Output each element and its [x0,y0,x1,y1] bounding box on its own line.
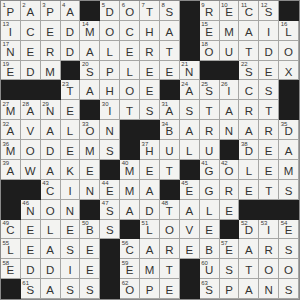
cell-r9c11[interactable]: R [220,180,240,200]
cell-r5c1[interactable]: 28A [21,100,41,120]
cell-letter: E [86,265,94,276]
cell-r4c10[interactable]: 25S [200,80,220,100]
cell-r8c10[interactable]: 41G [200,160,220,180]
cell-r7c9[interactable]: L [180,140,200,160]
cell-r14c13[interactable]: N [259,279,279,299]
clue-number: 61 [22,280,29,287]
cell-r12c4[interactable]: E [80,239,100,259]
cell-letter: A [46,285,54,296]
cell-r6c0[interactable]: 32A [1,120,21,140]
cell-r8c11[interactable]: 42O [220,160,240,180]
cell-r3c7[interactable]: E [140,61,160,81]
clue-number: 17 [3,41,10,48]
cell-r5c7[interactable]: S [140,100,160,120]
cell-letter: A [126,206,134,217]
clue-number: 37 [142,141,149,148]
cell-letter: N [225,126,233,137]
cell-r14c1[interactable]: 61S [21,279,41,299]
cell-r13c14[interactable]: O [279,259,299,279]
cell-r11c9[interactable]: V [180,220,200,240]
cell-r14c8[interactable]: E [160,279,180,299]
clue-number: 39 [3,160,10,167]
cell-r12c3[interactable]: S [61,239,81,259]
black-cell-r9c8 [160,180,180,200]
cell-letter: S [265,7,273,18]
clue-number: 19 [3,61,10,68]
cell-letter: O [125,7,134,18]
cell-r8c2[interactable]: A [41,160,61,180]
cell-letter: L [107,47,113,58]
cell-r13c7[interactable]: M [140,259,160,279]
cell-r3c12[interactable]: 22S [239,61,259,81]
black-cell-r7c11 [220,140,240,160]
cell-r0c5[interactable]: 5D [100,1,120,21]
cell-letter: R [205,7,213,18]
cell-r3c5[interactable]: P [100,61,120,81]
cell-letter: D [66,27,74,38]
cell-r2c14[interactable]: O [279,41,299,61]
cell-r3c2[interactable]: M [41,61,61,81]
cell-r8c4[interactable]: E [80,160,100,180]
cell-letter: P [225,285,233,296]
cell-r9c12[interactable]: E [239,180,259,200]
clue-number: 34 [161,121,168,128]
cell-r13c4[interactable]: E [80,259,100,279]
cell-r2c3[interactable]: D [61,41,81,61]
cell-r8c14[interactable]: M [279,160,299,180]
cell-r7c12[interactable]: 38D [239,140,259,160]
black-cell-r13c5 [100,259,120,279]
clue-number: 31 [161,101,168,108]
cell-r11c10[interactable]: E [200,220,220,240]
cell-r8c7[interactable]: E [140,160,160,180]
clue-number: 42 [221,160,228,167]
cell-r12c10[interactable]: B [200,239,220,259]
clue-number: 3 [42,2,45,9]
cell-r12c13[interactable]: R [259,239,279,259]
cell-r4c12[interactable]: C [239,80,259,100]
cell-letter: T [146,7,153,18]
cell-r6c14[interactable]: 35D [279,120,299,140]
cell-r12c12[interactable]: A [239,239,259,259]
cell-letter: O [105,27,114,38]
cell-letter: T [166,166,173,177]
cell-r12c14[interactable]: S [279,239,299,259]
cell-r6c9[interactable]: A [180,120,200,140]
cell-r3c0[interactable]: 19E [1,61,21,81]
cell-r4c4[interactable]: A [80,80,100,100]
clue-number: 26 [221,81,228,88]
cell-letter: E [106,186,114,197]
cell-r14c6[interactable]: 62O [120,279,140,299]
cell-letter: A [46,126,54,137]
cell-letter: A [225,106,233,117]
cell-r9c14[interactable]: S [279,180,299,200]
cell-r13c10[interactable]: 60U [200,259,220,279]
cell-letter: N [26,206,34,217]
clue-number: 55 [3,240,10,247]
cell-r8c3[interactable]: K [61,160,81,180]
cell-letter: S [265,86,273,97]
cell-r11c3[interactable]: E [61,220,81,240]
black-cell-r4c14 [279,80,299,100]
cell-r3c9[interactable]: 21N [180,61,200,81]
cell-r7c3[interactable]: E [61,140,81,160]
cell-letter: C [46,186,54,197]
cell-letter: U [165,146,173,157]
cell-r13c2[interactable]: D [41,259,61,279]
cell-letter: D [106,7,114,18]
cell-r0c0[interactable]: 1P [1,1,21,21]
cell-letter: D [265,47,273,58]
cell-r10c10[interactable]: L [200,200,220,220]
cell-letter: A [166,106,174,117]
cell-letter: M [125,186,135,197]
clue-number: 29 [42,101,49,108]
cell-r10c3[interactable]: N [61,200,81,220]
cell-r1c1[interactable]: C [21,21,41,41]
cell-r13c8[interactable]: T [160,259,180,279]
cell-r2c7[interactable]: R [140,41,160,61]
cell-r9c13[interactable]: T [259,180,279,200]
cell-r11c14[interactable]: 54E [279,220,299,240]
clue-number: 13 [3,21,10,28]
cell-r2c11[interactable]: U [220,41,240,61]
cell-letter: S [66,285,74,296]
cell-r10c1[interactable]: 46N [21,200,41,220]
clue-number: 1 [3,2,6,9]
cell-r4c11[interactable]: 26I [220,80,240,100]
cell-r14c2[interactable]: A [41,279,61,299]
cell-r1c11[interactable]: M [220,21,240,41]
black-cell-r6c6 [120,120,140,140]
cell-r3c1[interactable]: D [21,61,41,81]
cell-r7c13[interactable]: E [259,140,279,160]
cell-r0c6[interactable]: 6O [120,1,140,21]
cell-r0c11[interactable]: 10E [220,1,240,21]
cell-r13c13[interactable]: O [259,259,279,279]
clue-number: 50 [82,220,89,227]
cell-r2c0[interactable]: 17N [1,41,21,61]
cell-r12c9[interactable]: E [180,239,200,259]
cell-r1c6[interactable]: C [120,21,140,41]
cell-letter: A [285,146,293,157]
cell-r0c7[interactable]: 7T [140,1,160,21]
cell-r6c5[interactable]: N [100,120,120,140]
cell-r1c3[interactable]: D [61,21,81,41]
black-cell-r0c4 [80,1,100,21]
cell-r13c6[interactable]: 59E [120,259,140,279]
clue-number: 30 [102,101,109,108]
cell-letter: A [146,245,154,256]
cell-r1c8[interactable]: A [160,21,180,41]
cell-r11c13[interactable]: 53I [259,220,279,240]
cell-r5c10[interactable]: T [200,100,220,120]
cell-letter: M [145,265,155,276]
cell-r4c5[interactable]: H [100,80,120,100]
cell-letter: E [225,206,233,217]
cell-letter: N [46,106,54,117]
cell-r9c3[interactable]: I [61,180,81,200]
cell-r8c8[interactable]: T [160,160,180,180]
cell-letter: A [26,106,34,117]
cell-r6c2[interactable]: A [41,120,61,140]
cell-r0c8[interactable]: 8S [160,1,180,21]
cell-r8c1[interactable]: W [21,160,41,180]
cell-letter: T [265,106,272,117]
cell-letter: O [125,86,134,97]
cell-r6c4[interactable]: 33O [80,120,100,140]
cell-r0c13[interactable]: 12S [259,1,279,21]
cell-letter: E [7,67,15,78]
cell-r7c8[interactable]: U [160,140,180,160]
cell-r13c12[interactable]: T [239,259,259,279]
cell-r12c6[interactable]: 56C [120,239,140,259]
cell-r7c10[interactable]: U [200,140,220,160]
cell-r14c14[interactable]: S [279,279,299,299]
cell-r1c13[interactable]: I [259,21,279,41]
cell-r1c10[interactable]: 15E [200,21,220,41]
cell-r3c4[interactable]: 20S [80,61,100,81]
cell-r6c10[interactable]: R [200,120,220,140]
cell-r7c0[interactable]: 36M [1,140,21,160]
cell-r4c3[interactable]: 23T [61,80,81,100]
clue-number: 2 [22,2,25,9]
cell-r9c2[interactable]: 43C [41,180,61,200]
cell-r1c2[interactable]: E [41,21,61,41]
cell-letter: L [246,166,252,177]
cell-r6c3[interactable]: L [61,120,81,140]
cell-letter: E [86,245,94,256]
cell-letter: I [68,265,71,276]
cell-r12c0[interactable]: 55L [1,239,21,259]
cell-r0c12[interactable]: 11C [239,1,259,21]
cell-r13c0[interactable]: 58E [1,259,21,279]
cell-r14c10[interactable]: 63S [200,279,220,299]
cell-r1c12[interactable]: A [239,21,259,41]
cell-r5c11[interactable]: A [220,100,240,120]
cell-r6c12[interactable]: A [239,120,259,140]
cell-r0c10[interactable]: 9R [200,1,220,21]
black-cell-r10c13 [259,200,279,220]
cell-r11c8[interactable]: O [160,220,180,240]
cell-letter: R [245,106,253,117]
black-cell-r14c5 [100,279,120,299]
cell-r9c6[interactable]: M [120,180,140,200]
cell-letter: S [146,106,154,117]
cell-r9c5[interactable]: 44E [100,180,120,200]
cell-r2c1[interactable]: E [21,41,41,61]
cell-r13c11[interactable]: S [220,259,240,279]
cell-letter: O [165,225,174,236]
cell-r11c12[interactable]: 52D [239,220,259,240]
cell-r1c0[interactable]: 13I [1,21,21,41]
cell-r12c7[interactable]: A [140,239,160,259]
cell-r11c2[interactable]: L [41,220,61,240]
cell-r11c7[interactable]: 51L [140,220,160,240]
cell-r14c12[interactable]: A [239,279,259,299]
cell-r4c6[interactable]: O [120,80,140,100]
black-cell-r5c14 [279,100,299,120]
cell-r2c5[interactable]: L [100,41,120,61]
cell-r6c1[interactable]: V [21,120,41,140]
cell-r2c10[interactable]: 18O [200,41,220,61]
cell-letter: A [245,285,253,296]
cell-r1c7[interactable]: H [140,21,160,41]
cell-letter: L [186,146,192,157]
cell-letter: D [284,126,292,137]
cell-letter: I [9,27,12,38]
cell-r14c11[interactable]: P [220,279,240,299]
cell-r2c4[interactable]: A [80,41,100,61]
clue-number: 22 [241,61,248,68]
cell-letter: R [205,126,213,137]
cell-letter: P [7,7,15,18]
cell-r5c0[interactable]: 27M [1,100,21,120]
cell-r4c9[interactable]: 24A [180,80,200,100]
clue-number: 11 [241,2,247,9]
cell-r12c8[interactable]: R [160,239,180,259]
cell-letter: C [245,7,253,18]
cell-r8c12[interactable]: L [239,160,259,180]
cell-letter: A [66,7,74,18]
cell-letter: R [165,245,173,256]
cell-r10c9[interactable]: A [180,200,200,220]
black-cell-r12c5 [100,239,120,259]
cell-r5c8[interactable]: 31A [160,100,180,120]
cell-r10c8[interactable]: 48T [160,200,180,220]
cell-r5c6[interactable]: T [120,100,140,120]
clue-number: 58 [3,260,10,267]
cell-r7c7[interactable]: 37H [140,140,160,160]
cell-r1c5[interactable]: O [100,21,120,41]
cell-r3c14[interactable]: X [279,61,299,81]
cell-letter: R [265,126,273,137]
cell-r3c6[interactable]: L [120,61,140,81]
cell-r5c9[interactable]: S [180,100,200,120]
cell-r8c13[interactable]: E [259,160,279,180]
cell-r11c5[interactable]: S [100,220,120,240]
black-cell-r2c9 [180,41,200,61]
cell-r9c10[interactable]: G [200,180,220,200]
cell-r0c2[interactable]: 3P [41,1,61,21]
cell-r2c6[interactable]: E [120,41,140,61]
cell-letter: E [166,285,174,296]
cell-r4c7[interactable]: E [140,80,160,100]
cell-letter: X [285,67,293,78]
cell-r1c14[interactable]: 16L [279,21,299,41]
cell-r5c5[interactable]: 30I [100,100,120,120]
cell-r7c14[interactable]: A [279,140,299,160]
cell-r0c3[interactable]: 4A [61,1,81,21]
cell-r2c13[interactable]: D [259,41,279,61]
cell-r7c1[interactable]: O [21,140,41,160]
cell-r2c8[interactable]: T [160,41,180,61]
cell-r5c2[interactable]: 29N [41,100,61,120]
cell-r10c11[interactable]: E [220,200,240,220]
cell-r6c11[interactable]: N [220,120,240,140]
cell-r5c12[interactable]: R [239,100,259,120]
cell-r14c7[interactable]: P [140,279,160,299]
cell-r14c3[interactable]: S [61,279,81,299]
cell-letter: O [125,285,134,296]
cell-r2c2[interactable]: R [41,41,61,61]
clue-number: 27 [3,101,10,108]
cell-r10c2[interactable]: O [41,200,61,220]
cell-r13c3[interactable]: I [61,259,81,279]
cell-r3c8[interactable]: E [160,61,180,81]
cell-letter: E [126,265,134,276]
cell-r9c4[interactable]: N [80,180,100,200]
cell-letter: M [284,166,294,177]
cell-letter: E [265,146,273,157]
black-cell-r10c0 [1,200,21,220]
cell-letter: E [185,186,193,197]
cell-r11c4[interactable]: 50B [80,220,100,240]
cell-r13c1[interactable]: D [21,259,41,279]
cell-r10c5[interactable]: 47S [100,200,120,220]
black-cell-r8c5 [100,160,120,180]
cell-letter: D [46,265,54,276]
cell-r3c13[interactable]: E [259,61,279,81]
cell-r10c6[interactable]: A [120,200,140,220]
cell-letter: T [166,206,173,217]
cell-r12c1[interactable]: E [21,239,41,259]
cell-r10c7[interactable]: D [140,200,160,220]
cell-r5c13[interactable]: T [259,100,279,120]
cell-letter: E [245,186,253,197]
cell-r7c5[interactable]: S [100,140,120,160]
black-cell-r13c9 [180,259,200,279]
cell-letter: E [146,86,154,97]
cell-r2c12[interactable]: T [239,41,259,61]
cell-r12c2[interactable]: A [41,239,61,259]
cell-r4c13[interactable]: S [259,80,279,100]
cell-r7c4[interactable]: M [80,140,100,160]
cell-letter: U [205,146,213,157]
cell-r1c4[interactable]: 14M [80,21,100,41]
cell-r8c6[interactable]: 40M [120,160,140,180]
cell-letter: V [26,126,34,137]
clue-number: 5 [102,2,105,9]
cell-r9c7[interactable]: A [140,180,160,200]
clue-number: 49 [3,220,10,227]
cell-r11c1[interactable]: E [21,220,41,240]
cell-letter: A [146,186,154,197]
clue-number: 63 [201,280,208,287]
cell-letter: L [7,245,13,256]
clue-number: 40 [122,160,129,167]
cell-r9c9[interactable]: 45E [180,180,200,200]
cell-r6c13[interactable]: R [259,120,279,140]
cell-letter: S [166,7,174,18]
cell-letter: S [225,265,233,276]
cell-r6c8[interactable]: 34B [160,120,180,140]
clue-number: 9 [201,2,204,9]
cell-r8c0[interactable]: 39A [1,160,21,180]
cell-letter: E [146,166,154,177]
clue-number: 10 [221,2,228,9]
cell-r0c1[interactable]: 2A [21,1,41,21]
cell-r5c3[interactable]: E [61,100,81,120]
cell-r7c2[interactable]: D [41,140,61,160]
cell-r12c11[interactable]: 57E [220,239,240,259]
cell-letter: L [146,225,152,236]
cell-r14c4[interactable]: S [80,279,100,299]
cell-r11c0[interactable]: 49C [1,220,21,240]
cell-letter: N [106,126,114,137]
clue-number: 43 [42,180,49,187]
